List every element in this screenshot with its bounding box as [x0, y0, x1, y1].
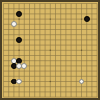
- black-stone[interactable]: [16, 11, 22, 17]
- black-stone[interactable]: [84, 16, 90, 22]
- hoshi-point: [50, 18, 51, 19]
- hoshi-point: [81, 50, 82, 51]
- black-stone[interactable]: [16, 37, 22, 43]
- white-stone[interactable]: [11, 21, 17, 27]
- hoshi-point: [18, 18, 19, 19]
- hoshi-point: [81, 18, 82, 19]
- hoshi-point: [18, 50, 19, 51]
- go-board[interactable]: [0, 0, 100, 100]
- white-stone[interactable]: [21, 63, 27, 69]
- hoshi-point: [50, 81, 51, 82]
- board-grid: [0, 0, 100, 100]
- hoshi-point: [50, 50, 51, 51]
